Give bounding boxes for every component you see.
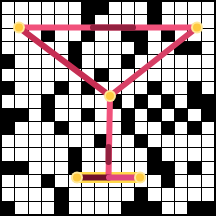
blocked-cell[interactable] — [188, 82, 200, 94]
grid-cell[interactable] — [188, 148, 200, 160]
grid-cell[interactable] — [162, 69, 174, 81]
grid-cell[interactable] — [55, 2, 67, 14]
grid-cell[interactable] — [42, 69, 54, 81]
grid-cell[interactable] — [162, 55, 174, 67]
grid-cell[interactable] — [15, 122, 27, 134]
grid-cell[interactable] — [95, 42, 107, 54]
blocked-cell[interactable] — [82, 15, 94, 27]
puzzle-board[interactable] — [0, 0, 216, 216]
grid-cell[interactable] — [95, 202, 107, 214]
grid-cell[interactable] — [109, 109, 121, 121]
grid-cell[interactable] — [69, 15, 81, 27]
blocked-cell[interactable] — [2, 109, 14, 121]
grid-cell[interactable] — [175, 162, 187, 174]
grid-cell[interactable] — [148, 122, 160, 134]
grid-cell[interactable] — [42, 188, 54, 200]
grid-cell[interactable] — [55, 55, 67, 67]
grid-cell[interactable] — [135, 69, 147, 81]
blocked-cell[interactable] — [148, 2, 160, 14]
grid-cell[interactable] — [2, 29, 14, 41]
blocked-cell[interactable] — [69, 148, 81, 160]
grid-cell[interactable] — [162, 82, 174, 94]
grid-cell[interactable] — [2, 188, 14, 200]
grid-cell[interactable] — [29, 109, 41, 121]
grid-cell[interactable] — [148, 135, 160, 147]
grid-cell[interactable] — [95, 29, 107, 41]
grid-cell[interactable] — [69, 82, 81, 94]
grid-cell[interactable] — [162, 109, 174, 121]
blocked-cell[interactable] — [162, 175, 174, 187]
grid-cell[interactable] — [175, 15, 187, 27]
grid-cell[interactable] — [175, 95, 187, 107]
grid-cell[interactable] — [15, 175, 27, 187]
blocked-cell[interactable] — [55, 82, 67, 94]
grid-cell[interactable] — [29, 188, 41, 200]
blocked-cell[interactable] — [42, 175, 54, 187]
grid-cell[interactable] — [148, 95, 160, 107]
grid-cell[interactable] — [42, 55, 54, 67]
grid-cell[interactable] — [148, 42, 160, 54]
grid-cell[interactable] — [69, 69, 81, 81]
blocked-cell[interactable] — [202, 202, 214, 214]
grid-cell[interactable] — [122, 42, 134, 54]
grid-cell[interactable] — [82, 42, 94, 54]
blocked-cell[interactable] — [188, 122, 200, 134]
grid-cell[interactable] — [109, 202, 121, 214]
grid-cell[interactable] — [29, 55, 41, 67]
blocked-cell[interactable] — [188, 202, 200, 214]
grid-cell[interactable] — [15, 202, 27, 214]
grid-cell[interactable] — [135, 82, 147, 94]
grid-cell[interactable] — [202, 175, 214, 187]
grid-cell[interactable] — [69, 135, 81, 147]
grid-cell[interactable] — [2, 148, 14, 160]
blocked-cell[interactable] — [2, 55, 14, 67]
blocked-cell[interactable] — [109, 95, 121, 107]
grid-cell[interactable] — [95, 55, 107, 67]
blocked-cell[interactable] — [69, 55, 81, 67]
grid-cell[interactable] — [135, 15, 147, 27]
grid-cell[interactable] — [15, 2, 27, 14]
blocked-cell[interactable] — [188, 162, 200, 174]
blocked-cell[interactable] — [69, 162, 81, 174]
grid-cell[interactable] — [15, 188, 27, 200]
grid-cell[interactable] — [175, 29, 187, 41]
grid-cell[interactable] — [202, 15, 214, 27]
grid-cell[interactable] — [2, 69, 14, 81]
grid-cell[interactable] — [29, 95, 41, 107]
blocked-cell[interactable] — [69, 42, 81, 54]
grid-cell[interactable] — [175, 82, 187, 94]
grid-cell[interactable] — [42, 2, 54, 14]
grid-cell[interactable] — [135, 175, 147, 187]
grid-cell[interactable] — [122, 2, 134, 14]
grid-cell[interactable] — [148, 55, 160, 67]
grid-cell[interactable] — [188, 188, 200, 200]
grid-cell[interactable] — [109, 82, 121, 94]
grid-cell[interactable] — [82, 162, 94, 174]
blocked-cell[interactable] — [2, 82, 14, 94]
grid-cell[interactable] — [109, 2, 121, 14]
blocked-cell[interactable] — [95, 69, 107, 81]
grid-cell[interactable] — [69, 2, 81, 14]
grid-cell[interactable] — [82, 148, 94, 160]
blocked-cell[interactable] — [122, 55, 134, 67]
blocked-cell[interactable] — [82, 109, 94, 121]
grid-cell[interactable] — [109, 69, 121, 81]
grid-cell[interactable] — [188, 69, 200, 81]
grid-cell[interactable] — [188, 175, 200, 187]
grid-cell[interactable] — [109, 42, 121, 54]
grid-cell[interactable] — [109, 188, 121, 200]
grid-cell[interactable] — [202, 135, 214, 147]
blocked-cell[interactable] — [135, 202, 147, 214]
grid-cell[interactable] — [162, 135, 174, 147]
grid-cell[interactable] — [148, 175, 160, 187]
grid-cell[interactable] — [202, 42, 214, 54]
grid-cell[interactable] — [175, 135, 187, 147]
grid-cell[interactable] — [148, 29, 160, 41]
grid-cell[interactable] — [55, 69, 67, 81]
grid-cell[interactable] — [55, 95, 67, 107]
blocked-cell[interactable] — [122, 202, 134, 214]
blocked-cell[interactable] — [188, 42, 200, 54]
blocked-cell[interactable] — [148, 162, 160, 174]
grid-cell[interactable] — [69, 188, 81, 200]
grid-cell[interactable] — [82, 95, 94, 107]
grid-cell[interactable] — [42, 82, 54, 94]
grid-cell[interactable] — [2, 42, 14, 54]
grid-cell[interactable] — [188, 2, 200, 14]
grid-cell[interactable] — [188, 15, 200, 27]
grid-cell[interactable] — [69, 29, 81, 41]
blocked-cell[interactable] — [122, 29, 134, 41]
grid-cell[interactable] — [162, 2, 174, 14]
grid-cell[interactable] — [15, 55, 27, 67]
blocked-cell[interactable] — [202, 95, 214, 107]
grid-cell[interactable] — [122, 188, 134, 200]
grid-cell[interactable] — [95, 188, 107, 200]
grid-cell[interactable] — [122, 82, 134, 94]
grid-cell[interactable] — [2, 95, 14, 107]
grid-cell[interactable] — [175, 55, 187, 67]
grid-cell[interactable] — [29, 122, 41, 134]
grid-cell[interactable] — [162, 202, 174, 214]
grid-cell[interactable] — [29, 69, 41, 81]
grid-cell[interactable] — [55, 135, 67, 147]
grid-cell[interactable] — [2, 15, 14, 27]
grid-cell[interactable] — [122, 95, 134, 107]
blocked-cell[interactable] — [82, 2, 94, 14]
grid-cell[interactable] — [69, 122, 81, 134]
grid-cell[interactable] — [162, 188, 174, 200]
blocked-cell[interactable] — [55, 188, 67, 200]
grid-cell[interactable] — [95, 148, 107, 160]
grid-cell[interactable] — [15, 135, 27, 147]
grid[interactable] — [0, 0, 216, 216]
grid-cell[interactable] — [162, 42, 174, 54]
grid-cell[interactable] — [135, 55, 147, 67]
grid-cell[interactable] — [109, 148, 121, 160]
blocked-cell[interactable] — [55, 122, 67, 134]
grid-cell[interactable] — [95, 109, 107, 121]
grid-cell[interactable] — [175, 188, 187, 200]
blocked-cell[interactable] — [135, 188, 147, 200]
grid-cell[interactable] — [202, 148, 214, 160]
blocked-cell[interactable] — [42, 95, 54, 107]
blocked-cell[interactable] — [162, 29, 174, 41]
grid-cell[interactable] — [135, 2, 147, 14]
grid-cell[interactable] — [29, 148, 41, 160]
grid-cell[interactable] — [188, 55, 200, 67]
grid-cell[interactable] — [109, 135, 121, 147]
grid-cell[interactable] — [109, 175, 121, 187]
grid-cell[interactable] — [15, 42, 27, 54]
blocked-cell[interactable] — [148, 15, 160, 27]
blocked-cell[interactable] — [148, 202, 160, 214]
blocked-cell[interactable] — [82, 82, 94, 94]
grid-cell[interactable] — [15, 148, 27, 160]
blocked-cell[interactable] — [95, 135, 107, 147]
grid-cell[interactable] — [202, 122, 214, 134]
grid-cell[interactable] — [29, 135, 41, 147]
grid-cell[interactable] — [69, 202, 81, 214]
grid-cell[interactable] — [82, 69, 94, 81]
grid-cell[interactable] — [42, 162, 54, 174]
grid-cell[interactable] — [188, 29, 200, 41]
grid-cell[interactable] — [55, 42, 67, 54]
grid-cell[interactable] — [29, 15, 41, 27]
grid-cell[interactable] — [55, 162, 67, 174]
grid-cell[interactable] — [135, 148, 147, 160]
grid-cell[interactable] — [29, 162, 41, 174]
grid-cell[interactable] — [188, 109, 200, 121]
grid-cell[interactable] — [109, 55, 121, 67]
blocked-cell[interactable] — [95, 2, 107, 14]
grid-cell[interactable] — [202, 162, 214, 174]
blocked-cell[interactable] — [202, 109, 214, 121]
blocked-cell[interactable] — [135, 29, 147, 41]
blocked-cell[interactable] — [175, 42, 187, 54]
grid-cell[interactable] — [29, 42, 41, 54]
grid-cell[interactable] — [42, 148, 54, 160]
grid-cell[interactable] — [82, 175, 94, 187]
blocked-cell[interactable] — [148, 82, 160, 94]
grid-cell[interactable] — [15, 82, 27, 94]
grid-cell[interactable] — [95, 175, 107, 187]
grid-cell[interactable] — [202, 55, 214, 67]
blocked-cell[interactable] — [135, 135, 147, 147]
grid-cell[interactable] — [69, 95, 81, 107]
blocked-cell[interactable] — [42, 109, 54, 121]
grid-cell[interactable] — [55, 148, 67, 160]
grid-cell[interactable] — [42, 202, 54, 214]
grid-cell[interactable] — [109, 29, 121, 41]
grid-cell[interactable] — [148, 188, 160, 200]
grid-cell[interactable] — [188, 135, 200, 147]
grid-cell[interactable] — [15, 15, 27, 27]
grid-cell[interactable] — [135, 109, 147, 121]
grid-cell[interactable] — [29, 29, 41, 41]
grid-cell[interactable] — [55, 15, 67, 27]
grid-cell[interactable] — [95, 15, 107, 27]
grid-cell[interactable] — [122, 15, 134, 27]
blocked-cell[interactable] — [162, 122, 174, 134]
grid-cell[interactable] — [42, 15, 54, 27]
blocked-cell[interactable] — [175, 109, 187, 121]
grid-cell[interactable] — [42, 122, 54, 134]
grid-cell[interactable] — [82, 188, 94, 200]
blocked-cell[interactable] — [188, 95, 200, 107]
grid-cell[interactable] — [95, 162, 107, 174]
grid-cell[interactable] — [148, 69, 160, 81]
grid-cell[interactable] — [175, 148, 187, 160]
blocked-cell[interactable] — [148, 109, 160, 121]
grid-cell[interactable] — [202, 82, 214, 94]
grid-cell[interactable] — [109, 15, 121, 27]
blocked-cell[interactable] — [42, 29, 54, 41]
grid-cell[interactable] — [82, 122, 94, 134]
grid-cell[interactable] — [2, 175, 14, 187]
grid-cell[interactable] — [202, 69, 214, 81]
grid-cell[interactable] — [135, 162, 147, 174]
grid-cell[interactable] — [162, 148, 174, 160]
blocked-cell[interactable] — [135, 95, 147, 107]
grid-cell[interactable] — [122, 69, 134, 81]
grid-cell[interactable] — [122, 175, 134, 187]
grid-cell[interactable] — [122, 162, 134, 174]
grid-cell[interactable] — [2, 2, 14, 14]
grid-cell[interactable] — [82, 202, 94, 214]
blocked-cell[interactable] — [2, 162, 14, 174]
blocked-cell[interactable] — [148, 148, 160, 160]
grid-cell[interactable] — [202, 188, 214, 200]
grid-cell[interactable] — [82, 135, 94, 147]
grid-cell[interactable] — [42, 42, 54, 54]
grid-cell[interactable] — [69, 109, 81, 121]
grid-cell[interactable] — [55, 109, 67, 121]
grid-cell[interactable] — [15, 69, 27, 81]
grid-cell[interactable] — [55, 29, 67, 41]
grid-cell[interactable] — [175, 2, 187, 14]
grid-cell[interactable] — [82, 55, 94, 67]
grid-cell[interactable] — [95, 82, 107, 94]
grid-cell[interactable] — [202, 2, 214, 14]
grid-cell[interactable] — [175, 122, 187, 134]
grid-cell[interactable] — [122, 148, 134, 160]
blocked-cell[interactable] — [15, 162, 27, 174]
grid-cell[interactable] — [42, 135, 54, 147]
grid-cell[interactable] — [162, 15, 174, 27]
grid-cell[interactable] — [95, 95, 107, 107]
blocked-cell[interactable] — [15, 109, 27, 121]
grid-cell[interactable] — [29, 2, 41, 14]
grid-cell[interactable] — [15, 29, 27, 41]
grid-cell[interactable] — [202, 29, 214, 41]
grid-cell[interactable] — [29, 175, 41, 187]
blocked-cell[interactable] — [2, 202, 14, 214]
blocked-cell[interactable] — [162, 95, 174, 107]
grid-cell[interactable] — [109, 162, 121, 174]
grid-cell[interactable] — [109, 122, 121, 134]
grid-cell[interactable] — [122, 135, 134, 147]
grid-cell[interactable] — [135, 122, 147, 134]
grid-cell[interactable] — [2, 135, 14, 147]
grid-cell[interactable] — [175, 69, 187, 81]
blocked-cell[interactable] — [82, 29, 94, 41]
blocked-cell[interactable] — [2, 122, 14, 134]
grid-cell[interactable] — [175, 175, 187, 187]
grid-cell[interactable] — [15, 95, 27, 107]
grid-cell[interactable] — [95, 122, 107, 134]
blocked-cell[interactable] — [122, 109, 134, 121]
grid-cell[interactable] — [175, 202, 187, 214]
blocked-cell[interactable] — [55, 202, 67, 214]
blocked-cell[interactable] — [135, 42, 147, 54]
grid-cell[interactable] — [29, 82, 41, 94]
grid-cell[interactable] — [69, 175, 81, 187]
grid-cell[interactable] — [55, 175, 67, 187]
blocked-cell[interactable] — [122, 122, 134, 134]
grid-cell[interactable] — [29, 202, 41, 214]
blocked-cell[interactable] — [162, 162, 174, 174]
